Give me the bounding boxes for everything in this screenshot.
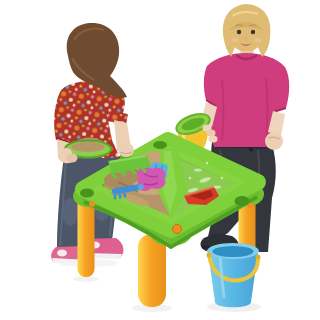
product-photo: Two children playing at a green sand and… [0,0,320,320]
eye [237,30,241,34]
right-child-fist [265,132,283,150]
jeans-knee-wash [62,198,78,226]
rim-hole-left [80,189,94,198]
rim-hole-back [153,141,167,149]
finger [209,136,218,143]
hand [118,143,134,157]
cheek [255,38,262,42]
handle-attachment [256,255,261,260]
cheek [232,38,239,42]
nose [244,37,247,39]
scene-illustration: Two children playing at a green sand and… [0,0,320,320]
bucket-interior [213,246,254,257]
fastener-button-left [89,201,95,207]
eye [251,30,255,34]
handle-attachment [207,253,212,258]
finger [207,130,216,137]
table-leg-front [138,234,166,307]
fastener-button-front [173,225,182,234]
drawstring [249,147,254,152]
fastener-button-right [248,203,254,209]
rim-hole-right [235,196,250,206]
